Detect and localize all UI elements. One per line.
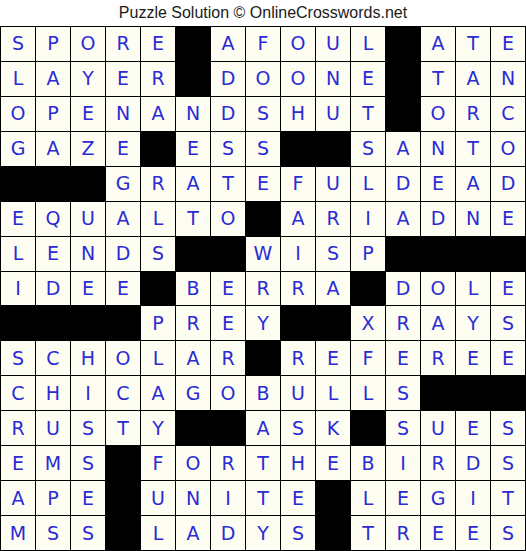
grid-cell: O (71, 27, 105, 61)
crossword-grid: SPOREAFOULATELAYERDOONETANOPENANDSHUTORC… (0, 26, 526, 551)
grid-cell: E (456, 411, 490, 445)
grid-cell: S (386, 376, 420, 410)
grid-cell: R (281, 272, 315, 306)
grid-cell: T (351, 97, 385, 131)
grid-cell: L (351, 27, 385, 61)
block-cell (281, 306, 315, 340)
grid-cell: O (211, 202, 245, 236)
block-cell (106, 446, 140, 480)
grid-cell: E (71, 97, 105, 131)
grid-cell: U (316, 97, 350, 131)
block-cell (1, 167, 35, 201)
grid-cell: U (141, 481, 175, 515)
grid-cell: E (491, 272, 525, 306)
grid-cell: S (71, 516, 105, 550)
grid-cell: N (71, 237, 105, 271)
block-cell (246, 202, 280, 236)
grid-cell: D (421, 202, 455, 236)
grid-cell: D (211, 62, 245, 96)
grid-cell: D (211, 97, 245, 131)
grid-cell: S (1, 27, 35, 61)
grid-cell: R (246, 272, 280, 306)
block-cell (36, 306, 70, 340)
grid-cell: D (386, 167, 420, 201)
grid-cell: U (316, 167, 350, 201)
grid-cell: Z (71, 132, 105, 166)
grid-cell: E (71, 272, 105, 306)
grid-cell: C (1, 376, 35, 410)
block-cell (176, 237, 210, 271)
grid-cell: S (316, 237, 350, 271)
grid-cell: N (456, 202, 490, 236)
grid-cell: F (141, 446, 175, 480)
block-cell (316, 481, 350, 515)
block-cell (106, 481, 140, 515)
grid-cell: O (246, 62, 280, 96)
grid-cell: O (211, 376, 245, 410)
block-cell (491, 237, 525, 271)
grid-cell: A (421, 306, 455, 340)
grid-cell: Y (246, 306, 280, 340)
grid-cell: I (386, 446, 420, 480)
grid-cell: E (106, 62, 140, 96)
grid-cell: D (386, 272, 420, 306)
grid-cell: I (281, 237, 315, 271)
grid-cell: I (211, 481, 245, 515)
grid-cell: G (176, 376, 210, 410)
grid-cell: T (491, 481, 525, 515)
grid-cell: M (1, 516, 35, 550)
block-cell (106, 306, 140, 340)
puzzle-solution-page: Puzzle Solution © OnlineCrosswords.net S… (0, 0, 526, 551)
block-cell (316, 132, 350, 166)
grid-cell: A (36, 132, 70, 166)
grid-cell: A (176, 516, 210, 550)
grid-cell: E (456, 516, 490, 550)
page-title: Puzzle Solution © OnlineCrosswords.net (0, 0, 526, 26)
grid-cell: P (141, 306, 175, 340)
grid-cell: A (246, 411, 280, 445)
grid-cell: E (211, 272, 245, 306)
grid-cell: R (141, 62, 175, 96)
block-cell (316, 306, 350, 340)
block-cell (421, 237, 455, 271)
grid-cell: T (351, 516, 385, 550)
block-cell (281, 132, 315, 166)
grid-cell: G (106, 167, 140, 201)
grid-cell: Y (246, 516, 280, 550)
block-cell (141, 132, 175, 166)
grid-cell: A (421, 27, 455, 61)
grid-cell: I (351, 202, 385, 236)
block-cell (421, 376, 455, 410)
grid-cell: D (456, 446, 490, 480)
grid-cell: M (36, 446, 70, 480)
grid-cell: I (71, 376, 105, 410)
grid-cell: A (1, 481, 35, 515)
grid-cell: A (176, 167, 210, 201)
block-cell (211, 237, 245, 271)
grid-cell: I (1, 272, 35, 306)
grid-cell: S (71, 446, 105, 480)
grid-cell: H (36, 376, 70, 410)
grid-cell: B (351, 446, 385, 480)
grid-cell: E (1, 202, 35, 236)
grid-cell: N (106, 97, 140, 131)
grid-cell: S (141, 237, 175, 271)
grid-cell: Y (141, 411, 175, 445)
grid-cell: A (316, 272, 350, 306)
grid-cell: A (141, 97, 175, 131)
grid-cell: P (36, 481, 70, 515)
grid-cell: A (106, 202, 140, 236)
block-cell (176, 411, 210, 445)
block-cell (211, 411, 245, 445)
grid-cell: E (1, 446, 35, 480)
grid-cell: L (351, 376, 385, 410)
grid-cell: H (281, 446, 315, 480)
grid-cell: C (491, 97, 525, 131)
block-cell (491, 376, 525, 410)
grid-cell: R (316, 202, 350, 236)
grid-cell: L (351, 481, 385, 515)
grid-cell: E (176, 132, 210, 166)
grid-cell: W (246, 237, 280, 271)
grid-cell: T (246, 446, 280, 480)
grid-cell: R (176, 306, 210, 340)
grid-cell: L (351, 167, 385, 201)
grid-cell: R (1, 411, 35, 445)
block-cell (351, 411, 385, 445)
grid-cell: L (456, 272, 490, 306)
block-cell (456, 376, 490, 410)
grid-cell: L (1, 237, 35, 271)
grid-cell: E (141, 27, 175, 61)
grid-cell: S (1, 341, 35, 375)
grid-cell: A (176, 341, 210, 375)
grid-cell: D (106, 237, 140, 271)
grid-cell: E (491, 202, 525, 236)
grid-cell: O (281, 27, 315, 61)
grid-cell: E (106, 272, 140, 306)
grid-cell: E (421, 516, 455, 550)
grid-cell: E (281, 481, 315, 515)
grid-cell: R (421, 341, 455, 375)
block-cell (246, 341, 280, 375)
block-cell (71, 167, 105, 201)
grid-cell: T (456, 132, 490, 166)
grid-cell: Y (456, 306, 490, 340)
grid-cell: E (491, 341, 525, 375)
grid-cell: A (456, 62, 490, 96)
grid-cell: S (491, 411, 525, 445)
grid-cell: R (456, 97, 490, 131)
grid-cell: E (211, 306, 245, 340)
block-cell (71, 306, 105, 340)
grid-cell: R (211, 446, 245, 480)
block-cell (386, 27, 420, 61)
grid-cell: R (106, 27, 140, 61)
grid-cell: N (176, 481, 210, 515)
grid-cell: P (36, 97, 70, 131)
grid-cell: T (106, 411, 140, 445)
grid-cell: U (421, 411, 455, 445)
grid-cell: E (456, 341, 490, 375)
grid-cell: L (1, 62, 35, 96)
grid-cell: S (281, 411, 315, 445)
grid-cell: E (421, 167, 455, 201)
block-cell (141, 272, 175, 306)
grid-cell: F (246, 27, 280, 61)
grid-cell: G (1, 132, 35, 166)
grid-cell: Q (36, 202, 70, 236)
block-cell (351, 272, 385, 306)
grid-cell: E (71, 481, 105, 515)
block-cell (456, 237, 490, 271)
grid-cell: S (491, 446, 525, 480)
grid-cell: R (141, 167, 175, 201)
grid-cell: T (246, 481, 280, 515)
block-cell (106, 516, 140, 550)
grid-cell: U (316, 27, 350, 61)
grid-cell: L (141, 341, 175, 375)
block-cell (386, 62, 420, 96)
grid-cell: O (491, 132, 525, 166)
block-cell (176, 62, 210, 96)
grid-cell: R (386, 306, 420, 340)
grid-cell: A (386, 202, 420, 236)
grid-cell: H (71, 341, 105, 375)
grid-cell: N (491, 62, 525, 96)
grid-cell: A (211, 27, 245, 61)
grid-cell: A (141, 376, 175, 410)
grid-cell: U (71, 202, 105, 236)
grid-cell: E (491, 27, 525, 61)
grid-cell: T (211, 167, 245, 201)
grid-cell: A (36, 62, 70, 96)
grid-cell: D (211, 516, 245, 550)
grid-cell: E (351, 62, 385, 96)
grid-cell: X (351, 306, 385, 340)
grid-cell: N (176, 97, 210, 131)
grid-cell: D (491, 167, 525, 201)
grid-cell: N (421, 132, 455, 166)
grid-cell: L (316, 376, 350, 410)
grid-cell: O (421, 272, 455, 306)
grid-cell: S (36, 516, 70, 550)
grid-cell: S (491, 306, 525, 340)
grid-cell: T (421, 62, 455, 96)
grid-cell: C (106, 376, 140, 410)
grid-cell: E (106, 132, 140, 166)
grid-cell: D (36, 272, 70, 306)
grid-cell: S (491, 516, 525, 550)
grid-cell: L (141, 516, 175, 550)
grid-cell: E (316, 341, 350, 375)
grid-cell: P (351, 237, 385, 271)
grid-cell: A (456, 167, 490, 201)
grid-cell: E (386, 481, 420, 515)
grid-cell: O (281, 62, 315, 96)
grid-cell: Y (71, 62, 105, 96)
grid-cell: A (386, 132, 420, 166)
block-cell (176, 27, 210, 61)
grid-cell: S (351, 132, 385, 166)
grid-cell: E (36, 237, 70, 271)
block-cell (386, 97, 420, 131)
grid-cell: B (246, 376, 280, 410)
grid-cell: C (36, 341, 70, 375)
grid-cell: G (421, 481, 455, 515)
grid-cell: S (246, 132, 280, 166)
grid-cell: O (106, 341, 140, 375)
grid-cell: S (211, 132, 245, 166)
grid-cell: R (281, 341, 315, 375)
grid-cell: U (281, 376, 315, 410)
grid-cell: S (281, 516, 315, 550)
grid-cell: H (281, 97, 315, 131)
grid-cell: I (456, 481, 490, 515)
grid-cell: T (176, 202, 210, 236)
grid-cell: O (421, 97, 455, 131)
grid-cell: S (71, 411, 105, 445)
grid-cell: R (386, 516, 420, 550)
grid-cell: U (36, 411, 70, 445)
grid-cell: L (141, 202, 175, 236)
block-cell (386, 237, 420, 271)
grid-cell: S (386, 411, 420, 445)
block-cell (36, 167, 70, 201)
grid-cell: A (281, 202, 315, 236)
grid-cell: E (386, 341, 420, 375)
block-cell (1, 306, 35, 340)
grid-cell: R (211, 341, 245, 375)
grid-cell: O (1, 97, 35, 131)
grid-cell: S (246, 97, 280, 131)
grid-cell: O (176, 446, 210, 480)
grid-cell: P (36, 27, 70, 61)
grid-cell: E (316, 446, 350, 480)
grid-cell: K (316, 411, 350, 445)
grid-cell: T (456, 27, 490, 61)
grid-cell: E (246, 167, 280, 201)
grid-cell: N (316, 62, 350, 96)
block-cell (316, 516, 350, 550)
grid-cell: B (176, 272, 210, 306)
grid-cell: R (421, 446, 455, 480)
grid-cell: F (351, 341, 385, 375)
grid-cell: F (281, 167, 315, 201)
